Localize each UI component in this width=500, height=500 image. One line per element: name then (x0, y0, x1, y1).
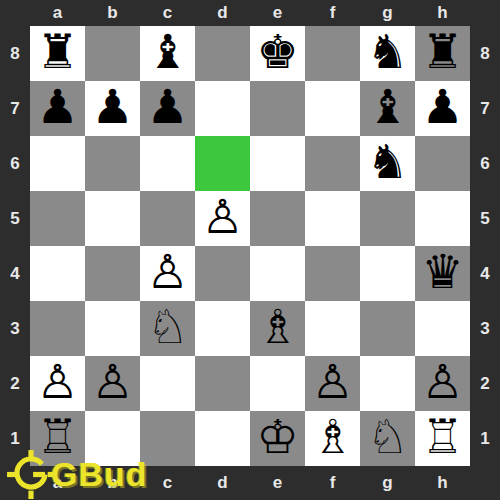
square-g3[interactable] (360, 301, 415, 356)
square-e4[interactable] (250, 246, 305, 301)
square-h6[interactable] (415, 136, 470, 191)
file-label-h: h (415, 0, 470, 26)
piece-white-rook[interactable]: ♖ (421, 413, 463, 460)
piece-black-pawn[interactable]: ♟ (421, 83, 463, 130)
square-c6[interactable] (140, 136, 195, 191)
file-label-f: f (305, 0, 360, 26)
chess-app-stage: abcdefgh 87654321 ♜♝♚♞♜♟♟♟♝♟♞♙♙♛♘♗♙♙♙♙♖♔… (0, 0, 500, 500)
rank-label-3: 3 (470, 301, 500, 356)
square-c7[interactable]: ♟ (140, 81, 195, 136)
file-label-d: d (195, 0, 250, 26)
piece-white-bishop[interactable]: ♗ (311, 413, 353, 460)
rank-label-3: 3 (0, 301, 30, 356)
square-d8[interactable] (195, 26, 250, 81)
square-b2[interactable]: ♙ (85, 356, 140, 411)
piece-black-knight[interactable]: ♞ (366, 28, 408, 75)
rank-labels-right: 87654321 (470, 26, 500, 466)
square-g4[interactable] (360, 246, 415, 301)
piece-black-rook[interactable]: ♜ (36, 28, 78, 75)
square-a4[interactable] (30, 246, 85, 301)
rank-label-6: 6 (470, 136, 500, 191)
square-a2[interactable]: ♙ (30, 356, 85, 411)
square-a7[interactable]: ♟ (30, 81, 85, 136)
square-d3[interactable] (195, 301, 250, 356)
rank-label-1: 1 (470, 411, 500, 466)
file-labels-top: abcdefgh (30, 0, 470, 26)
file-label-d: d (195, 466, 250, 500)
file-label-f: f (305, 466, 360, 500)
square-e6[interactable] (250, 136, 305, 191)
square-d5[interactable]: ♙ (195, 191, 250, 246)
square-e2[interactable] (250, 356, 305, 411)
square-h4[interactable]: ♛ (415, 246, 470, 301)
square-g2[interactable] (360, 356, 415, 411)
piece-white-pawn[interactable]: ♙ (201, 193, 243, 240)
piece-white-pawn[interactable]: ♙ (311, 358, 353, 405)
square-g7[interactable]: ♝ (360, 81, 415, 136)
file-label-e: e (250, 466, 305, 500)
square-d6[interactable] (195, 136, 250, 191)
square-f5[interactable] (305, 191, 360, 246)
square-h7[interactable]: ♟ (415, 81, 470, 136)
square-b4[interactable] (85, 246, 140, 301)
piece-black-knight[interactable]: ♞ (366, 138, 408, 185)
chess-board[interactable]: ♜♝♚♞♜♟♟♟♝♟♞♙♙♛♘♗♙♙♙♙♖♔♗♘♖ (30, 26, 470, 466)
file-label-c: c (140, 466, 195, 500)
square-d1[interactable] (195, 411, 250, 466)
square-b6[interactable] (85, 136, 140, 191)
square-c3[interactable]: ♘ (140, 301, 195, 356)
rank-label-4: 4 (470, 246, 500, 301)
square-b7[interactable]: ♟ (85, 81, 140, 136)
square-g5[interactable] (360, 191, 415, 246)
file-label-a: a (30, 0, 85, 26)
rank-label-6: 6 (0, 136, 30, 191)
file-label-g: g (360, 466, 415, 500)
rank-label-7: 7 (470, 81, 500, 136)
square-h3[interactable] (415, 301, 470, 356)
crosshair-g-icon (6, 449, 56, 499)
square-a8[interactable]: ♜ (30, 26, 85, 81)
square-e8[interactable]: ♚ (250, 26, 305, 81)
square-d7[interactable] (195, 81, 250, 136)
square-b8[interactable] (85, 26, 140, 81)
square-h1[interactable]: ♖ (415, 411, 470, 466)
piece-white-pawn[interactable]: ♙ (146, 248, 188, 295)
square-c5[interactable] (140, 191, 195, 246)
file-label-g: g (360, 0, 415, 26)
piece-white-king[interactable]: ♔ (256, 413, 298, 460)
square-c1[interactable] (140, 411, 195, 466)
piece-black-pawn[interactable]: ♟ (146, 83, 188, 130)
rank-label-5: 5 (470, 191, 500, 246)
file-label-c: c (140, 0, 195, 26)
square-h5[interactable] (415, 191, 470, 246)
square-f8[interactable] (305, 26, 360, 81)
piece-black-bishop[interactable]: ♝ (366, 83, 408, 130)
piece-white-pawn[interactable]: ♙ (421, 358, 463, 405)
square-c8[interactable]: ♝ (140, 26, 195, 81)
square-a5[interactable] (30, 191, 85, 246)
piece-black-queen[interactable]: ♛ (421, 248, 463, 295)
square-e3[interactable]: ♗ (250, 301, 305, 356)
piece-black-bishop[interactable]: ♝ (146, 28, 188, 75)
rank-label-8: 8 (470, 26, 500, 81)
square-d4[interactable] (195, 246, 250, 301)
piece-white-knight[interactable]: ♘ (366, 413, 408, 460)
square-e5[interactable] (250, 191, 305, 246)
rank-labels-left: 87654321 (0, 26, 30, 466)
square-b5[interactable] (85, 191, 140, 246)
square-a3[interactable] (30, 301, 85, 356)
rank-label-8: 8 (0, 26, 30, 81)
file-label-b: b (85, 0, 140, 26)
square-b3[interactable] (85, 301, 140, 356)
square-f4[interactable] (305, 246, 360, 301)
piece-white-pawn[interactable]: ♙ (91, 358, 133, 405)
square-g8[interactable]: ♞ (360, 26, 415, 81)
file-label-e: e (250, 0, 305, 26)
square-e7[interactable] (250, 81, 305, 136)
rank-label-7: 7 (0, 81, 30, 136)
square-c4[interactable]: ♙ (140, 246, 195, 301)
square-a6[interactable] (30, 136, 85, 191)
piece-black-king[interactable]: ♚ (256, 28, 298, 75)
logo-text: GBud (51, 455, 148, 494)
square-h8[interactable]: ♜ (415, 26, 470, 81)
square-f7[interactable] (305, 81, 360, 136)
rank-label-2: 2 (470, 356, 500, 411)
piece-black-pawn[interactable]: ♟ (36, 83, 78, 130)
square-c2[interactable] (140, 356, 195, 411)
piece-white-bishop[interactable]: ♗ (256, 303, 298, 350)
ggbud-logo: GBud (6, 449, 148, 499)
square-e1[interactable]: ♔ (250, 411, 305, 466)
rank-label-4: 4 (0, 246, 30, 301)
rank-label-2: 2 (0, 356, 30, 411)
piece-black-pawn[interactable]: ♟ (91, 83, 133, 130)
square-f6[interactable] (305, 136, 360, 191)
piece-white-knight[interactable]: ♘ (146, 303, 188, 350)
file-label-h: h (415, 466, 470, 500)
square-f1[interactable]: ♗ (305, 411, 360, 466)
square-f2[interactable]: ♙ (305, 356, 360, 411)
piece-white-pawn[interactable]: ♙ (36, 358, 78, 405)
square-d2[interactable] (195, 356, 250, 411)
square-f3[interactable] (305, 301, 360, 356)
square-g6[interactable]: ♞ (360, 136, 415, 191)
rank-label-5: 5 (0, 191, 30, 246)
square-g1[interactable]: ♘ (360, 411, 415, 466)
square-h2[interactable]: ♙ (415, 356, 470, 411)
piece-black-rook[interactable]: ♜ (421, 28, 463, 75)
